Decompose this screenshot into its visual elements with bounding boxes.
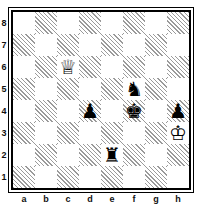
- file-label-d: d: [79, 193, 101, 204]
- black-knight: ♞: [125, 78, 143, 100]
- file-labels: abcdefgh: [13, 193, 189, 204]
- square-b5: [35, 78, 57, 100]
- square-a7: [13, 34, 35, 56]
- square-a3: [13, 122, 35, 144]
- square-e6: [101, 56, 123, 78]
- square-a6: [13, 56, 35, 78]
- rank-label-7: 7: [0, 34, 8, 56]
- square-h8: [167, 12, 189, 34]
- white-king: ♔: [169, 122, 187, 144]
- white-queen: ♕: [59, 56, 77, 78]
- black-rook: ♜: [103, 144, 121, 166]
- rank-labels: 87654321: [0, 12, 8, 188]
- rank-label-1: 1: [0, 166, 8, 188]
- square-d3: [79, 122, 101, 144]
- square-e8: [101, 12, 123, 34]
- black-king: ♚: [125, 100, 143, 122]
- board-inner-border: ♕♞♟♚♟♔♜: [11, 10, 191, 190]
- square-e2: ♜: [101, 144, 123, 166]
- square-b4: [35, 100, 57, 122]
- square-a5: [13, 78, 35, 100]
- square-f4: ♚: [123, 100, 145, 122]
- board-border: ♕♞♟♚♟♔♜: [8, 7, 194, 193]
- square-b2: [35, 144, 57, 166]
- square-a8: [13, 12, 35, 34]
- square-b7: [35, 34, 57, 56]
- chess-diagram: 87654321 ♕♞♟♚♟♔♜ abcdefgh: [0, 0, 200, 204]
- rank-label-5: 5: [0, 78, 8, 100]
- file-label-b: b: [35, 193, 57, 204]
- file-label-a: a: [13, 193, 35, 204]
- square-g4: [145, 100, 167, 122]
- square-g5: [145, 78, 167, 100]
- rank-label-8: 8: [0, 12, 8, 34]
- square-f2: [123, 144, 145, 166]
- square-h7: [167, 34, 189, 56]
- square-c1: [57, 166, 79, 188]
- square-c6: ♕: [57, 56, 79, 78]
- square-b1: [35, 166, 57, 188]
- square-d1: [79, 166, 101, 188]
- square-a2: [13, 144, 35, 166]
- square-c3: [57, 122, 79, 144]
- square-g3: [145, 122, 167, 144]
- square-a4: [13, 100, 35, 122]
- square-c7: [57, 34, 79, 56]
- square-f1: [123, 166, 145, 188]
- square-e1: [101, 166, 123, 188]
- square-b6: [35, 56, 57, 78]
- square-h1: [167, 166, 189, 188]
- square-a1: [13, 166, 35, 188]
- square-e3: [101, 122, 123, 144]
- square-g7: [145, 34, 167, 56]
- black-pawn: ♟: [169, 100, 187, 122]
- square-b8: [35, 12, 57, 34]
- square-c5: [57, 78, 79, 100]
- square-h2: [167, 144, 189, 166]
- file-label-f: f: [123, 193, 145, 204]
- square-h4: ♟: [167, 100, 189, 122]
- square-g1: [145, 166, 167, 188]
- file-label-e: e: [101, 193, 123, 204]
- square-f6: [123, 56, 145, 78]
- rank-label-4: 4: [0, 100, 8, 122]
- square-e7: [101, 34, 123, 56]
- square-d7: [79, 34, 101, 56]
- square-d2: [79, 144, 101, 166]
- square-c8: [57, 12, 79, 34]
- square-h3: ♔: [167, 122, 189, 144]
- square-g8: [145, 12, 167, 34]
- square-f5: ♞: [123, 78, 145, 100]
- square-g6: [145, 56, 167, 78]
- file-label-c: c: [57, 193, 79, 204]
- square-g2: [145, 144, 167, 166]
- square-f7: [123, 34, 145, 56]
- square-c4: [57, 100, 79, 122]
- file-label-h: h: [167, 193, 189, 204]
- file-label-g: g: [145, 193, 167, 204]
- square-c2: [57, 144, 79, 166]
- square-d4: ♟: [79, 100, 101, 122]
- square-e4: [101, 100, 123, 122]
- square-d5: [79, 78, 101, 100]
- square-f3: [123, 122, 145, 144]
- square-h5: [167, 78, 189, 100]
- chess-board: ♕♞♟♚♟♔♜: [13, 12, 189, 188]
- square-h6: [167, 56, 189, 78]
- square-d8: [79, 12, 101, 34]
- black-pawn: ♟: [81, 100, 99, 122]
- square-e5: [101, 78, 123, 100]
- rank-label-3: 3: [0, 122, 8, 144]
- square-f8: [123, 12, 145, 34]
- rank-label-2: 2: [0, 144, 8, 166]
- rank-label-6: 6: [0, 56, 8, 78]
- square-d6: [79, 56, 101, 78]
- square-b3: [35, 122, 57, 144]
